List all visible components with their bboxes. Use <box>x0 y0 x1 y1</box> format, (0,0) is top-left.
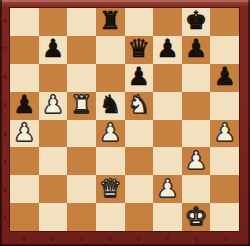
square-e6[interactable]: ♟ <box>125 64 154 92</box>
file-label-g: g <box>182 233 211 244</box>
square-g5[interactable] <box>182 92 211 120</box>
rank-label-1: 1 <box>1 204 9 232</box>
piece-black-pawn: ♟ <box>42 36 64 61</box>
square-d8[interactable]: ♜ <box>96 8 125 36</box>
square-a2[interactable] <box>10 175 39 203</box>
square-d7[interactable] <box>96 36 125 64</box>
square-h8[interactable] <box>210 8 239 36</box>
square-c8[interactable] <box>67 8 96 36</box>
square-c6[interactable] <box>67 64 96 92</box>
chess-board: ♜♚♟♛♟♟♟♟♟♟♜♞♞♟♟♟♟♛♟♚ <box>9 7 240 232</box>
square-f1[interactable] <box>153 203 182 231</box>
square-g1[interactable]: ♚ <box>182 203 211 231</box>
square-a8[interactable] <box>10 8 39 36</box>
square-e2[interactable] <box>125 175 154 203</box>
square-b3[interactable] <box>39 147 68 175</box>
square-h4[interactable]: ♟ <box>210 120 239 148</box>
piece-black-pawn: ♟ <box>156 36 178 61</box>
square-b5[interactable]: ♟ <box>39 92 68 120</box>
square-e1[interactable] <box>125 203 154 231</box>
rank-label-3: 3 <box>1 148 9 176</box>
square-h7[interactable] <box>210 36 239 64</box>
square-f8[interactable] <box>153 8 182 36</box>
piece-white-pawn: ♟ <box>42 92 64 117</box>
square-d1[interactable] <box>96 203 125 231</box>
file-labels: abcdefgh <box>9 233 240 244</box>
square-d4[interactable]: ♟ <box>96 120 125 148</box>
piece-black-queen: ♛ <box>128 36 150 61</box>
piece-white-queen: ♛ <box>99 176 121 201</box>
square-e8[interactable] <box>125 8 154 36</box>
piece-black-pawn: ♟ <box>185 36 207 61</box>
rank-label-8: 8 <box>1 7 9 35</box>
rank-label-7: 7 <box>1 35 9 63</box>
square-f2[interactable]: ♟ <box>153 175 182 203</box>
square-h3[interactable] <box>210 147 239 175</box>
piece-white-pawn: ♟ <box>13 120 35 145</box>
piece-white-pawn: ♟ <box>99 120 121 145</box>
file-label-a: a <box>9 233 38 244</box>
square-c4[interactable] <box>67 120 96 148</box>
square-g8[interactable]: ♚ <box>182 8 211 36</box>
square-c5[interactable]: ♜ <box>67 92 96 120</box>
square-g7[interactable]: ♟ <box>182 36 211 64</box>
piece-black-pawn: ♟ <box>213 64 235 89</box>
piece-white-king: ♚ <box>185 204 207 229</box>
piece-black-rook: ♜ <box>99 8 121 33</box>
file-label-d: d <box>96 233 125 244</box>
piece-black-pawn: ♟ <box>128 64 150 89</box>
piece-white-pawn: ♟ <box>185 148 207 173</box>
piece-white-rook: ♜ <box>70 92 92 117</box>
rank-labels: 87654321 <box>1 7 9 232</box>
piece-white-pawn: ♟ <box>156 176 178 201</box>
rank-label-6: 6 <box>1 63 9 91</box>
square-d6[interactable] <box>96 64 125 92</box>
square-e5[interactable]: ♞ <box>125 92 154 120</box>
square-c3[interactable] <box>67 147 96 175</box>
square-a1[interactable] <box>10 203 39 231</box>
square-e3[interactable] <box>125 147 154 175</box>
square-b7[interactable]: ♟ <box>39 36 68 64</box>
file-label-f: f <box>153 233 182 244</box>
square-b1[interactable] <box>39 203 68 231</box>
square-e7[interactable]: ♛ <box>125 36 154 64</box>
square-a7[interactable] <box>10 36 39 64</box>
square-e4[interactable] <box>125 120 154 148</box>
file-label-h: h <box>211 233 240 244</box>
square-d5[interactable]: ♞ <box>96 92 125 120</box>
square-f5[interactable] <box>153 92 182 120</box>
square-f7[interactable]: ♟ <box>153 36 182 64</box>
piece-black-king: ♚ <box>185 8 207 33</box>
chess-board-frame: 87654321 ♜♚♟♛♟♟♟♟♟♟♜♞♞♟♟♟♟♛♟♚ abcdefgh <box>0 0 250 246</box>
square-h1[interactable] <box>210 203 239 231</box>
piece-black-knight: ♞ <box>99 92 121 117</box>
square-c1[interactable] <box>67 203 96 231</box>
square-g2[interactable] <box>182 175 211 203</box>
square-h2[interactable] <box>210 175 239 203</box>
piece-black-pawn: ♟ <box>13 92 35 117</box>
rank-label-2: 2 <box>1 176 9 204</box>
square-g3[interactable]: ♟ <box>182 147 211 175</box>
file-label-b: b <box>38 233 67 244</box>
file-label-c: c <box>67 233 96 244</box>
square-b8[interactable] <box>39 8 68 36</box>
square-f6[interactable] <box>153 64 182 92</box>
square-h6[interactable]: ♟ <box>210 64 239 92</box>
square-b4[interactable] <box>39 120 68 148</box>
rank-label-5: 5 <box>1 91 9 119</box>
square-h5[interactable] <box>210 92 239 120</box>
square-f4[interactable] <box>153 120 182 148</box>
file-label-e: e <box>125 233 154 244</box>
piece-white-pawn: ♟ <box>213 120 235 145</box>
square-a6[interactable] <box>10 64 39 92</box>
square-g6[interactable] <box>182 64 211 92</box>
piece-white-knight: ♞ <box>128 92 150 117</box>
square-c7[interactable] <box>67 36 96 64</box>
square-a3[interactable] <box>10 147 39 175</box>
square-b2[interactable] <box>39 175 68 203</box>
square-d2[interactable]: ♛ <box>96 175 125 203</box>
rank-label-4: 4 <box>1 120 9 148</box>
square-f3[interactable] <box>153 147 182 175</box>
square-g4[interactable] <box>182 120 211 148</box>
square-a4[interactable]: ♟ <box>10 120 39 148</box>
square-a5[interactable]: ♟ <box>10 92 39 120</box>
square-c2[interactable] <box>67 175 96 203</box>
square-b6[interactable] <box>39 64 68 92</box>
square-d3[interactable] <box>96 147 125 175</box>
